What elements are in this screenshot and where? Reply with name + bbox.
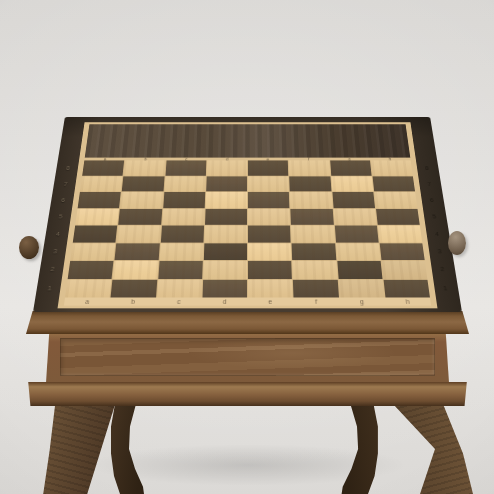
square-e2[interactable] xyxy=(248,261,292,279)
square-g3[interactable] xyxy=(336,243,381,260)
rank-label: 3 xyxy=(44,242,66,260)
rank-label: 4 xyxy=(47,225,68,242)
drawer-knob-right[interactable] xyxy=(448,231,466,255)
square-e1[interactable] xyxy=(248,279,293,297)
square-a7[interactable] xyxy=(80,176,123,191)
rank-label: 8 xyxy=(417,160,437,176)
square-d7[interactable] xyxy=(206,176,247,191)
square-a4[interactable] xyxy=(73,226,118,243)
rank-label: 1 xyxy=(434,279,457,298)
square-d8[interactable] xyxy=(207,160,248,175)
square-h1[interactable] xyxy=(383,279,430,297)
square-c6[interactable] xyxy=(163,192,205,208)
square-a3[interactable] xyxy=(70,243,115,260)
file-label: b xyxy=(110,297,156,305)
square-c1[interactable] xyxy=(157,279,202,297)
rank-label: 8 xyxy=(58,160,78,176)
square-b4[interactable] xyxy=(117,226,161,243)
board-inner: abcdefgh abcdefgh xyxy=(58,122,438,308)
square-d6[interactable] xyxy=(205,192,247,208)
file-label: f xyxy=(293,297,339,305)
square-e5[interactable] xyxy=(248,209,290,225)
chess-board xyxy=(65,160,430,297)
rank-label: 1 xyxy=(38,279,61,298)
square-d2[interactable] xyxy=(203,261,247,279)
square-b5[interactable] xyxy=(118,209,161,225)
rank-label: 4 xyxy=(426,225,447,242)
board-frame: 87654321 87654321 abcdefgh abcdefgh xyxy=(33,117,462,312)
rank-label: 2 xyxy=(431,260,453,278)
square-a1[interactable] xyxy=(65,279,112,297)
square-b8[interactable] xyxy=(124,160,166,175)
square-g6[interactable] xyxy=(332,192,375,208)
square-d1[interactable] xyxy=(202,279,247,297)
square-c2[interactable] xyxy=(158,261,203,279)
square-e8[interactable] xyxy=(248,160,289,175)
square-g8[interactable] xyxy=(330,160,372,175)
square-d5[interactable] xyxy=(205,209,247,225)
square-h5[interactable] xyxy=(376,209,420,225)
square-h7[interactable] xyxy=(372,176,415,191)
square-f6[interactable] xyxy=(290,192,332,208)
rank-label: 7 xyxy=(55,176,75,192)
square-e3[interactable] xyxy=(248,243,291,260)
square-b2[interactable] xyxy=(113,261,158,279)
file-label: a xyxy=(64,297,111,305)
square-g5[interactable] xyxy=(333,209,376,225)
board-box-rim xyxy=(26,311,469,334)
square-e7[interactable] xyxy=(248,176,289,191)
square-e4[interactable] xyxy=(248,226,291,243)
frame-top-band xyxy=(85,124,411,157)
square-a8[interactable] xyxy=(82,160,124,175)
square-f1[interactable] xyxy=(293,279,338,297)
rank-label: 5 xyxy=(424,208,445,225)
storage-drawer[interactable] xyxy=(46,333,449,383)
square-f4[interactable] xyxy=(291,226,334,243)
square-c4[interactable] xyxy=(160,226,203,243)
square-c5[interactable] xyxy=(162,209,205,225)
photo-scene: 87654321 87654321 abcdefgh abcdefgh xyxy=(0,0,494,494)
rank-label: 7 xyxy=(419,176,439,192)
rank-label: 6 xyxy=(421,192,442,208)
square-a6[interactable] xyxy=(78,192,121,208)
square-h2[interactable] xyxy=(381,261,427,279)
square-c7[interactable] xyxy=(164,176,206,191)
square-a2[interactable] xyxy=(68,261,114,279)
square-c8[interactable] xyxy=(165,160,206,175)
square-c3[interactable] xyxy=(159,243,203,260)
square-g4[interactable] xyxy=(334,226,378,243)
file-label: d xyxy=(202,297,248,305)
square-f8[interactable] xyxy=(289,160,330,175)
square-h4[interactable] xyxy=(378,226,423,243)
apron-lower-rim xyxy=(26,382,469,406)
square-g1[interactable] xyxy=(338,279,384,297)
square-h8[interactable] xyxy=(371,160,413,175)
square-e6[interactable] xyxy=(248,192,290,208)
rank-label: 5 xyxy=(50,208,71,225)
file-label: g xyxy=(339,297,385,305)
square-f3[interactable] xyxy=(292,243,336,260)
file-label: c xyxy=(156,297,202,305)
drawer-front-panel xyxy=(60,338,435,376)
square-d3[interactable] xyxy=(204,243,247,260)
tabletop: 87654321 87654321 abcdefgh abcdefgh xyxy=(33,62,462,312)
square-f2[interactable] xyxy=(292,261,337,279)
rank-label: 2 xyxy=(41,260,63,278)
square-g2[interactable] xyxy=(337,261,382,279)
square-b6[interactable] xyxy=(120,192,163,208)
file-label: h xyxy=(384,297,431,305)
square-b3[interactable] xyxy=(115,243,160,260)
rank-label: 6 xyxy=(53,192,74,208)
square-b7[interactable] xyxy=(122,176,164,191)
square-h3[interactable] xyxy=(379,243,424,260)
file-label: e xyxy=(248,297,294,305)
square-g7[interactable] xyxy=(331,176,373,191)
square-a5[interactable] xyxy=(75,209,119,225)
square-f7[interactable] xyxy=(289,176,331,191)
drawer-knob-left[interactable] xyxy=(19,236,39,259)
square-b1[interactable] xyxy=(111,279,157,297)
square-h6[interactable] xyxy=(374,192,417,208)
square-f5[interactable] xyxy=(291,209,334,225)
square-d4[interactable] xyxy=(204,226,247,243)
file-labels-near: abcdefgh xyxy=(64,297,431,305)
